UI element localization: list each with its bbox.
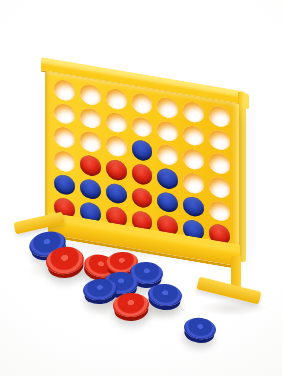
loose-disc-blue (183, 316, 218, 341)
loose-disc-blue (82, 277, 118, 301)
loose-discs-layer (0, 0, 282, 376)
loose-disc-blue (147, 282, 183, 307)
loose-disc-red (112, 292, 150, 318)
connect-four-board-photo (0, 0, 282, 376)
